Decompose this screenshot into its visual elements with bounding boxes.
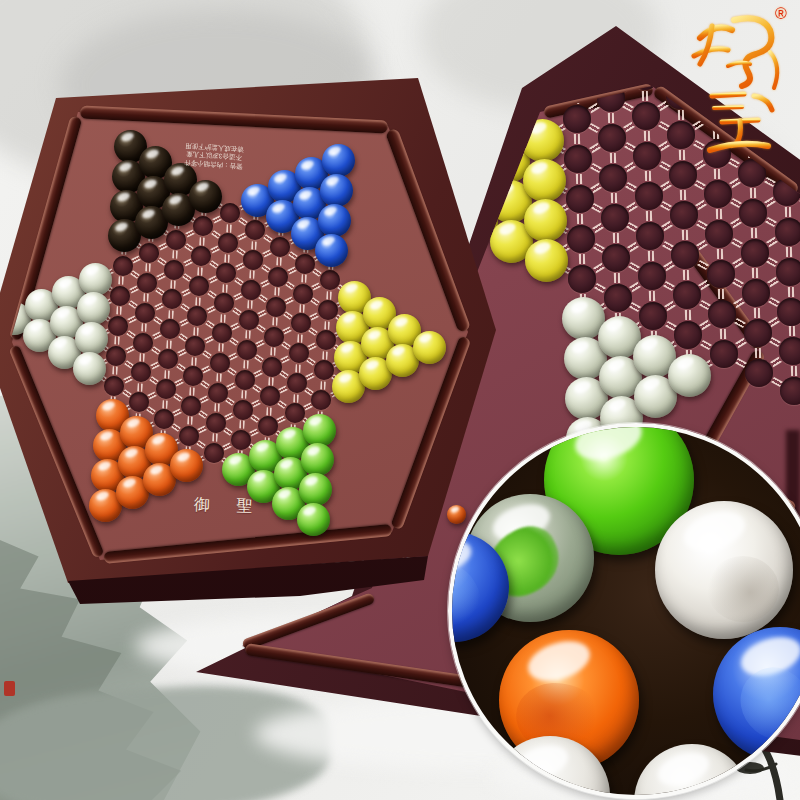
grid-line: [162, 400, 168, 408]
board-hole[interactable]: [166, 230, 186, 250]
grid-line: [324, 321, 330, 329]
marble-B[interactable]: [320, 174, 353, 207]
board-hole[interactable]: [295, 254, 315, 274]
board-hole[interactable]: [110, 286, 130, 306]
grid-line: [307, 343, 316, 351]
grid-line: [312, 283, 321, 291]
grid-line: [200, 395, 209, 403]
board-hole[interactable]: [241, 280, 261, 300]
marble-B[interactable]: [318, 204, 351, 237]
grid-line: [191, 357, 197, 365]
grid-line: [266, 407, 272, 415]
grid-line: [198, 425, 207, 433]
marble-G[interactable]: [303, 414, 336, 447]
grid-line: [301, 274, 307, 282]
marble-W[interactable]: [73, 352, 106, 385]
marble-K[interactable]: [189, 180, 222, 213]
grid-line: [168, 310, 174, 318]
grid-line: [202, 365, 211, 373]
grid-line: [249, 271, 255, 279]
grid-line: [274, 288, 280, 296]
grid-line: [278, 386, 287, 394]
grid-line: [276, 258, 282, 266]
marble-G[interactable]: [297, 503, 330, 536]
marble-Y[interactable]: [413, 331, 446, 364]
grid-line: [148, 392, 157, 400]
grid-line: [166, 340, 172, 348]
grid-line: [225, 412, 234, 420]
brand-text-front-board: 御 聖: [194, 494, 285, 518]
board-hole[interactable]: [260, 386, 280, 406]
board-hole[interactable]: [106, 346, 126, 366]
board-hole[interactable]: [208, 383, 228, 403]
board-hole[interactable]: [218, 233, 238, 253]
grid-line: [322, 351, 328, 359]
grid-line: [241, 390, 247, 398]
marble-O[interactable]: [170, 449, 203, 482]
board-hole[interactable]: [160, 319, 180, 339]
grid-line: [320, 381, 326, 389]
grid-line: [222, 442, 231, 450]
board-hole[interactable]: [212, 323, 232, 343]
grid-line: [173, 409, 182, 417]
grid-line: [276, 416, 285, 424]
logo-calligraphy-strokes: [694, 18, 777, 150]
grid-line: [227, 382, 236, 390]
marble-W[interactable]: [77, 292, 110, 325]
board-hole[interactable]: [131, 362, 151, 382]
board-hole[interactable]: [289, 343, 309, 363]
grid-line: [139, 353, 145, 361]
board-hole[interactable]: [270, 237, 290, 257]
board-hole[interactable]: [158, 349, 178, 369]
brand-logo: ®: [682, 0, 797, 165]
grid-line: [220, 314, 226, 322]
grid-line: [200, 237, 206, 245]
grid-line: [119, 277, 125, 285]
marble-G[interactable]: [301, 443, 334, 476]
marble-W[interactable]: [79, 263, 112, 296]
grid-line: [243, 361, 249, 369]
grid-line: [216, 374, 222, 382]
grid-line: [189, 387, 195, 395]
grid-line: [251, 399, 260, 407]
board-hole[interactable]: [214, 293, 234, 313]
board-hole[interactable]: [206, 413, 226, 433]
board-hole[interactable]: [239, 310, 259, 330]
grid-line: [272, 317, 278, 325]
board-hole[interactable]: [164, 260, 184, 280]
grid-line: [305, 373, 314, 381]
board-hole[interactable]: [133, 333, 153, 353]
closeup-marble-white-right: [655, 501, 793, 639]
grid-line: [173, 250, 179, 258]
marble-closeup-inset: [448, 423, 800, 799]
board-hole[interactable]: [293, 284, 313, 304]
grid-line: [195, 297, 201, 305]
grid-line: [112, 366, 118, 374]
grid-line: [141, 323, 147, 331]
grid-line: [295, 364, 301, 372]
board-hole[interactable]: [189, 276, 209, 296]
board-hole[interactable]: [268, 267, 288, 287]
grid-line: [164, 370, 170, 378]
grid-line: [310, 313, 319, 321]
board-hole[interactable]: [108, 316, 128, 336]
grid-line: [214, 404, 220, 412]
grid-line: [281, 356, 290, 364]
grid-line: [227, 224, 233, 232]
grid-line: [137, 383, 143, 391]
grid-line: [239, 420, 245, 428]
grid-line: [115, 337, 121, 345]
marble-G[interactable]: [299, 473, 332, 506]
board-hole[interactable]: [314, 360, 334, 380]
grid-line: [146, 264, 152, 272]
board-hole[interactable]: [316, 330, 336, 350]
grid-line: [283, 326, 292, 334]
grid-line: [197, 267, 203, 275]
grid-line: [297, 334, 303, 342]
board-hole[interactable]: [137, 273, 157, 293]
board-hole[interactable]: [183, 366, 203, 386]
board-hole[interactable]: [264, 327, 284, 347]
registered-trademark-icon: ®: [775, 5, 787, 22]
grid-line: [222, 284, 228, 292]
board-hole[interactable]: [216, 263, 236, 283]
grid-line: [218, 344, 224, 352]
board-hole[interactable]: [231, 430, 251, 450]
board-hole[interactable]: [243, 250, 263, 270]
grid-line: [299, 304, 305, 312]
board-hole[interactable]: [318, 300, 338, 320]
grid-line: [245, 331, 251, 339]
board-hole[interactable]: [204, 443, 224, 463]
grid-line: [249, 429, 258, 437]
board-hole[interactable]: [135, 303, 155, 323]
grid-line: [187, 417, 193, 425]
board-hole[interactable]: [311, 390, 331, 410]
grid-line: [123, 375, 132, 383]
grid-line: [268, 377, 274, 385]
grid-line: [270, 347, 276, 355]
grid-line: [171, 280, 177, 288]
grid-line: [251, 241, 257, 249]
marble-B[interactable]: [322, 144, 355, 177]
board-hole[interactable]: [235, 370, 255, 390]
product-photo-scene: 御 警告：内含细小零件 不适合3岁以下儿童 请在成人监护下使用 御 聖: [0, 0, 800, 800]
grid-line: [254, 369, 263, 377]
board-hole[interactable]: [210, 353, 230, 373]
grid-line: [144, 293, 150, 301]
board-hole[interactable]: [237, 340, 257, 360]
grid-line: [247, 301, 253, 309]
board-hole[interactable]: [104, 376, 124, 396]
grid-line: [326, 291, 332, 299]
board-hole[interactable]: [266, 297, 286, 317]
board-hole[interactable]: [187, 306, 207, 326]
board-hole[interactable]: [287, 373, 307, 393]
board-hole[interactable]: [258, 416, 278, 436]
board-hole[interactable]: [181, 396, 201, 416]
grid-line: [224, 254, 230, 262]
grid-line: [293, 394, 299, 402]
board-hole[interactable]: [285, 403, 305, 423]
grid-line: [212, 434, 218, 442]
marble-B[interactable]: [315, 234, 348, 267]
grid-line: [117, 307, 123, 315]
board-hole[interactable]: [233, 400, 253, 420]
board-hole[interactable]: [245, 220, 265, 240]
board-hole[interactable]: [139, 243, 159, 263]
board-hole[interactable]: [262, 357, 282, 377]
grid-line: [193, 327, 199, 335]
board-hole[interactable]: [113, 256, 133, 276]
grid-line: [150, 362, 159, 370]
grid-line: [175, 379, 184, 387]
board-hole[interactable]: [154, 409, 174, 429]
board-hole[interactable]: [179, 426, 199, 446]
